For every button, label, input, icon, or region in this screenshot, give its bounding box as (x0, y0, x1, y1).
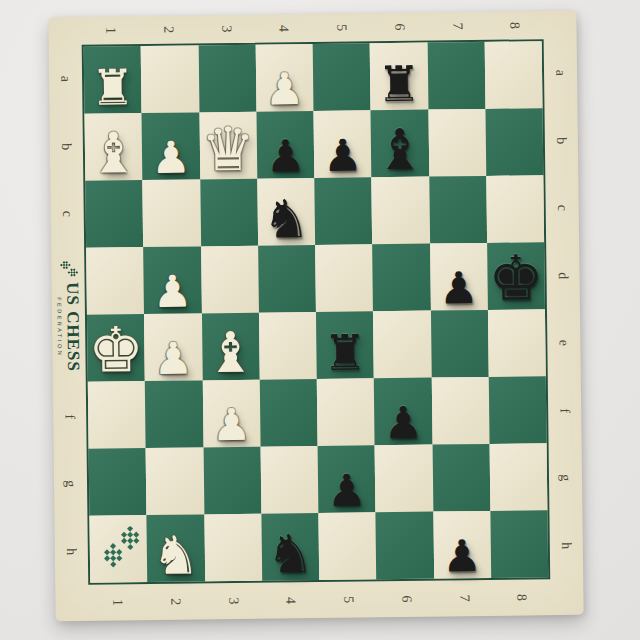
square-a4: ♟ (255, 44, 313, 112)
square-c3 (200, 179, 258, 247)
black-king-d8: ♚ (488, 249, 544, 309)
square-e8 (488, 309, 546, 377)
board: ♜♟♜♝♟♛♟♟♝♞♟♟♚♚♟♝♜♟♟♟♞♞♟ (82, 39, 551, 585)
white-pawn-f3: ♟ (211, 404, 251, 446)
square-b2: ♟ (142, 112, 200, 180)
black-rook-a6: ♜ (377, 62, 422, 109)
white-pawn-d2: ♟ (153, 271, 193, 313)
black-pawn-d7: ♟ (439, 267, 479, 309)
brand-name: US CHESS (62, 282, 82, 372)
white-king-e1: ♚ (88, 321, 144, 381)
square-g8 (489, 443, 547, 511)
square-d5 (315, 244, 373, 312)
square-d8: ♚ (487, 242, 545, 310)
photo-background: { "game": "chess", "scene": { "descripti… (0, 0, 640, 640)
black-knight-c4: ♞ (262, 194, 310, 245)
black-knight-h4: ♞ (266, 529, 314, 580)
square-h5 (318, 512, 376, 580)
rank-labels-bottom: 12345678 (88, 579, 550, 621)
square-e7 (430, 310, 488, 378)
square-a2 (141, 45, 199, 113)
corner-logo (89, 515, 147, 583)
square-f4 (260, 379, 318, 447)
square-h3 (204, 514, 262, 582)
square-d1 (86, 247, 144, 315)
square-e4 (259, 312, 317, 380)
black-pawn-b5: ♟ (323, 135, 363, 177)
square-g6 (375, 445, 433, 513)
square-c6 (372, 177, 430, 245)
white-pawn-b2: ♟ (151, 137, 191, 179)
square-f6: ♟ (374, 378, 432, 446)
square-b7 (428, 109, 486, 177)
square-e6 (373, 311, 431, 379)
square-h8 (490, 510, 548, 578)
square-f5 (317, 378, 375, 446)
black-pawn-f6: ♟ (383, 402, 423, 444)
file-labels-right: abcdefgh (544, 39, 584, 579)
vinyl-chess-mat: 12345678 12345678 abcfgh abcdefgh US CHE… (48, 11, 583, 621)
square-b1: ♝ (85, 113, 143, 181)
brand-subtitle: FEDERATION (56, 297, 63, 357)
square-h2: ♞ (147, 514, 205, 582)
square-h4: ♞ (261, 513, 319, 581)
square-f3: ♟ (202, 380, 260, 448)
square-e2: ♟ (144, 313, 202, 381)
white-pawn-e2: ♟ (153, 338, 193, 380)
black-pawn-g5: ♟ (327, 470, 367, 512)
white-pawn-a4: ♟ (265, 68, 305, 110)
square-d2: ♟ (143, 246, 201, 314)
square-c7 (429, 176, 487, 244)
square-h7: ♟ (433, 511, 491, 579)
square-h1 (89, 515, 147, 583)
black-pawn-b4: ♟ (265, 135, 305, 177)
square-a3 (198, 45, 256, 113)
square-b8 (485, 108, 543, 176)
black-pawn-h7: ♟ (442, 535, 482, 577)
black-rook-e5: ♜ (323, 331, 368, 378)
square-d7: ♟ (430, 243, 488, 311)
square-c5 (314, 177, 372, 245)
square-a6: ♜ (370, 43, 428, 111)
us-chess-logo-icon (95, 526, 142, 573)
us-chess-branding: US CHESS FEDERATION (51, 247, 86, 381)
square-e1: ♚ (87, 314, 145, 382)
square-g7 (432, 444, 490, 512)
square-b3: ♛ (199, 112, 257, 180)
square-b6: ♝ (371, 110, 429, 178)
white-rook-a1: ♜ (91, 66, 136, 113)
square-e5: ♜ (316, 311, 374, 379)
square-g3 (203, 447, 261, 515)
us-chess-logo-icon (58, 257, 78, 277)
square-d4 (258, 245, 316, 313)
white-knight-h2: ♞ (152, 530, 200, 581)
square-b5: ♟ (313, 110, 371, 178)
square-d3 (201, 246, 259, 314)
square-g5: ♟ (318, 445, 376, 513)
square-f1 (88, 381, 146, 449)
black-bishop-b6: ♝ (374, 122, 425, 176)
square-b4: ♟ (256, 111, 314, 179)
square-c8 (486, 175, 544, 243)
square-e3: ♝ (201, 313, 259, 381)
square-d6 (372, 244, 430, 312)
square-c4: ♞ (257, 178, 315, 246)
square-g1 (89, 448, 147, 516)
square-c2 (143, 179, 201, 247)
white-bishop-e3: ♝ (205, 326, 256, 380)
square-g2 (146, 447, 204, 515)
square-h6 (376, 512, 434, 580)
square-a1: ♜ (84, 46, 142, 114)
square-a7 (427, 42, 485, 110)
square-c1 (85, 180, 143, 248)
square-g4 (260, 446, 318, 514)
square-f8 (489, 376, 547, 444)
white-bishop-b1: ♝ (88, 126, 139, 180)
square-a8 (484, 41, 542, 109)
square-a5 (313, 43, 371, 111)
white-queen-b3: ♛ (201, 121, 255, 179)
square-f2 (145, 380, 203, 448)
square-f7 (431, 377, 489, 445)
